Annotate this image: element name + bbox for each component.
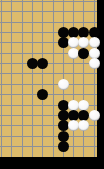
white-stone [89,48,100,59]
grid-line-vertical [11,0,12,157]
grid-line-vertical [32,0,33,157]
black-stone [58,131,69,142]
grid-line-vertical [22,0,23,157]
white-stone [58,79,69,90]
grid-line-horizontal [0,94,97,95]
black-stone [89,27,100,38]
grid-line-vertical [83,0,84,157]
grid-line-horizontal [0,1,97,2]
board-edge-background-right [97,0,104,169]
grid-line-vertical [53,0,54,157]
go-app-screenshot [0,0,104,169]
grid-line-vertical [73,0,74,157]
white-stone [89,110,100,121]
grid-line-horizontal [0,84,97,85]
grid-line-vertical [42,0,43,157]
grid-line-horizontal [0,22,97,23]
board-edge-background-bottom [0,157,104,169]
grid-line-vertical [1,0,2,157]
grid-line-horizontal [0,11,97,12]
grid-line-horizontal [0,73,97,74]
black-stone [58,141,69,152]
grid-line-horizontal [0,136,97,137]
grid-line-horizontal [0,63,97,64]
white-stone [89,58,100,69]
grid-line-horizontal [0,146,97,147]
grid-line-vertical [94,0,95,157]
white-stone [78,100,89,111]
go-board[interactable] [0,0,104,169]
